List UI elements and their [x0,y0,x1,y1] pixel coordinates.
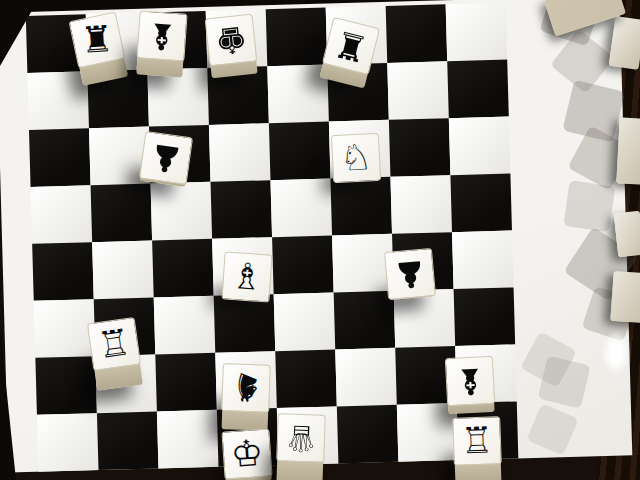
black-bishop-glyph: ♝ [145,17,180,55]
cube-top-face: ♝ [136,10,187,61]
pieces-layer: ♜♝♚♜♟♘♗♟♖♞♔♕♝♖ [0,0,640,480]
cube-top-face: ♔ [221,428,272,479]
cube-top-face: ♞ [221,363,271,413]
piece-cube-b8[interactable]: ♜ [69,12,126,69]
cube-top-face: ♝ [445,356,495,406]
white-rook-glyph: ♖ [96,324,133,364]
cube-top-face: ♚ [205,14,258,67]
photo-scene: ♜♝♚♜♟♘♗♟♖♞♔♕♝♖ [0,0,640,480]
cube-top-face: ♖ [452,416,502,466]
black-pawn-glyph: ♟ [392,255,427,294]
cube-top-face: ♕ [276,413,326,463]
white-bishop-glyph: ♗ [230,258,265,296]
cube-top-face: ♟ [139,131,193,185]
cube-top-face: ♜ [69,12,126,69]
piece-cube-d2[interactable]: ♞ [221,363,271,413]
cube-top-face: ♟ [384,248,436,300]
black-rook-glyph: ♜ [331,25,371,68]
white-rook-glyph: ♖ [460,422,494,459]
cube-top-face: ♘ [331,133,381,183]
white-queen-glyph: ♕ [284,419,318,456]
black-bishop-glyph: ♝ [453,362,487,400]
black-king-glyph: ♚ [213,20,249,59]
cube-top-face: ♖ [87,317,141,371]
black-pawn-glyph: ♟ [148,138,185,178]
piece-cube-g4[interactable]: ♟ [384,248,436,300]
piece-cube-b3[interactable]: ♖ [87,317,141,371]
white-knight-glyph: ♘ [339,139,373,177]
piece-cube-d1[interactable]: ♔ [221,428,272,479]
piece-cube-c6[interactable]: ♟ [139,131,193,185]
piece-cube-h2[interactable]: ♝ [445,356,495,406]
piece-cube-f6[interactable]: ♘ [331,133,381,183]
piece-cube-f8[interactable]: ♜ [322,17,380,75]
black-rook-glyph: ♜ [80,21,115,59]
piece-cube-d4[interactable]: ♗ [221,251,272,302]
piece-cube-c8[interactable]: ♝ [136,10,187,61]
black-knight-glyph: ♞ [224,365,267,410]
white-king-glyph: ♔ [230,435,265,473]
piece-cube-h1[interactable]: ♖ [452,416,502,466]
piece-cube-d8[interactable]: ♚ [205,14,258,67]
piece-cube-e1[interactable]: ♕ [276,413,326,463]
cube-top-face: ♗ [221,251,272,302]
